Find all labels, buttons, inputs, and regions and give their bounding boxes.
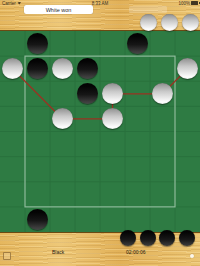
faded-highlight: [129, 6, 167, 13]
tray-stone-white[interactable]: [140, 14, 157, 31]
player-label: Black: [52, 249, 64, 255]
tray-stone-black[interactable]: [120, 230, 136, 246]
dot-button[interactable]: [190, 254, 194, 258]
status-bar: 8:33 AM Carrier 100%: [0, 0, 200, 6]
result-button[interactable]: White won: [24, 5, 93, 14]
tray-stone-black[interactable]: [179, 230, 195, 246]
status-time: 8:33 AM: [0, 1, 200, 6]
battery-icon: [191, 1, 198, 5]
game-clock: 02:00:06: [126, 249, 145, 255]
stone-black[interactable]: [27, 209, 48, 230]
app-screen: 8:33 AM Carrier 100% White won Black 02:…: [0, 0, 200, 266]
tray-stone-black[interactable]: [159, 230, 175, 246]
tray-stone-white[interactable]: [161, 14, 178, 31]
tray-stone-black[interactable]: [140, 230, 156, 246]
tray-stone-white[interactable]: [182, 14, 199, 31]
stone-black[interactable]: [27, 33, 48, 54]
board[interactable]: [0, 30, 200, 233]
menu-icon[interactable]: [3, 252, 11, 260]
stone-black[interactable]: [127, 33, 148, 54]
